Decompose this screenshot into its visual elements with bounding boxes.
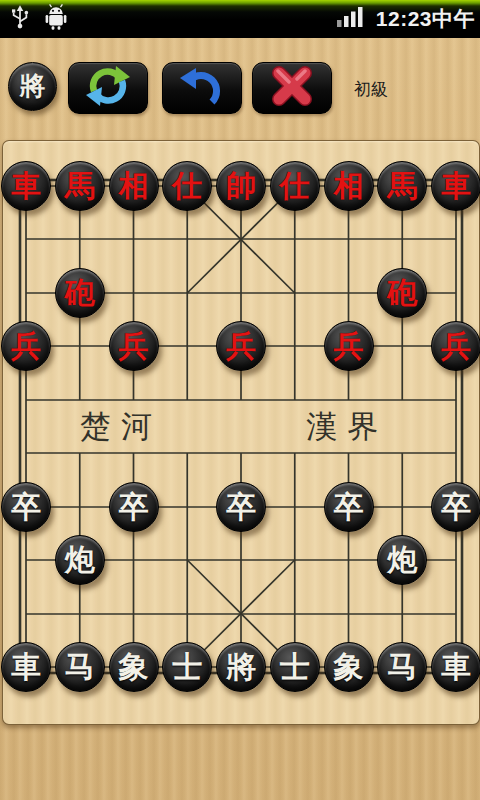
piece-red-cannon[interactable]: 砲 (377, 268, 427, 318)
piece-red-advisor[interactable]: 仕 (270, 161, 320, 211)
close-button[interactable] (252, 62, 332, 114)
piece-black-advisor[interactable]: 士 (270, 642, 320, 692)
undo-button[interactable] (162, 62, 242, 114)
piece-red-advisor[interactable]: 仕 (162, 161, 212, 211)
piece-red-horse[interactable]: 馬 (377, 161, 427, 211)
piece-black-advisor[interactable]: 士 (162, 642, 212, 692)
piece-black-chariot[interactable]: 車 (1, 642, 51, 692)
piece-red-general[interactable]: 帥 (216, 161, 266, 211)
river-label-right: 漢界 (306, 400, 388, 453)
piece-black-soldier[interactable]: 卒 (431, 482, 480, 532)
app-screen: 12:23中午 將 (0, 0, 480, 800)
status-clock: 12:23中午 (376, 5, 475, 33)
piece-red-chariot[interactable]: 車 (431, 161, 480, 211)
piece-black-soldier[interactable]: 卒 (216, 482, 266, 532)
signal-strength-icon (337, 7, 366, 31)
selected-piece-button[interactable]: 將 (8, 62, 57, 111)
piece-red-soldier[interactable]: 兵 (431, 321, 480, 371)
piece-red-soldier[interactable]: 兵 (1, 321, 51, 371)
piece-black-elephant[interactable]: 象 (109, 642, 159, 692)
piece-black-horse[interactable]: 马 (55, 642, 105, 692)
piece-red-chariot[interactable]: 車 (1, 161, 51, 211)
undo-icon (179, 64, 225, 112)
xiangqi-board[interactable]: 楚河 漢界 車馬相仕帥仕相馬車砲砲兵兵兵兵兵卒卒卒卒卒炮炮車马象士將士象马車 (2, 140, 480, 725)
piece-red-horse[interactable]: 馬 (55, 161, 105, 211)
piece-black-horse[interactable]: 马 (377, 642, 427, 692)
piece-red-elephant[interactable]: 相 (109, 161, 159, 211)
piece-red-soldier[interactable]: 兵 (216, 321, 266, 371)
difficulty-label: 初級 (354, 78, 388, 101)
piece-black-cannon[interactable]: 炮 (55, 535, 105, 585)
android-icon (44, 4, 68, 34)
refresh-icon (85, 64, 131, 112)
piece-red-elephant[interactable]: 相 (324, 161, 374, 211)
piece-black-soldier[interactable]: 卒 (1, 482, 51, 532)
toolbar: 將 (0, 38, 480, 138)
selected-piece-label: 將 (20, 69, 46, 104)
piece-black-cannon[interactable]: 炮 (377, 535, 427, 585)
board-grid (3, 141, 479, 724)
piece-red-cannon[interactable]: 砲 (55, 268, 105, 318)
piece-red-soldier[interactable]: 兵 (109, 321, 159, 371)
piece-black-soldier[interactable]: 卒 (109, 482, 159, 532)
status-bar: 12:23中午 (0, 0, 480, 38)
usb-icon (10, 4, 30, 34)
close-icon (269, 64, 315, 112)
restart-button[interactable] (68, 62, 148, 114)
piece-red-soldier[interactable]: 兵 (324, 321, 374, 371)
piece-black-soldier[interactable]: 卒 (324, 482, 374, 532)
piece-black-chariot[interactable]: 車 (431, 642, 480, 692)
piece-black-general[interactable]: 將 (216, 642, 266, 692)
piece-black-elephant[interactable]: 象 (324, 642, 374, 692)
river-label-left: 楚河 (80, 400, 162, 453)
